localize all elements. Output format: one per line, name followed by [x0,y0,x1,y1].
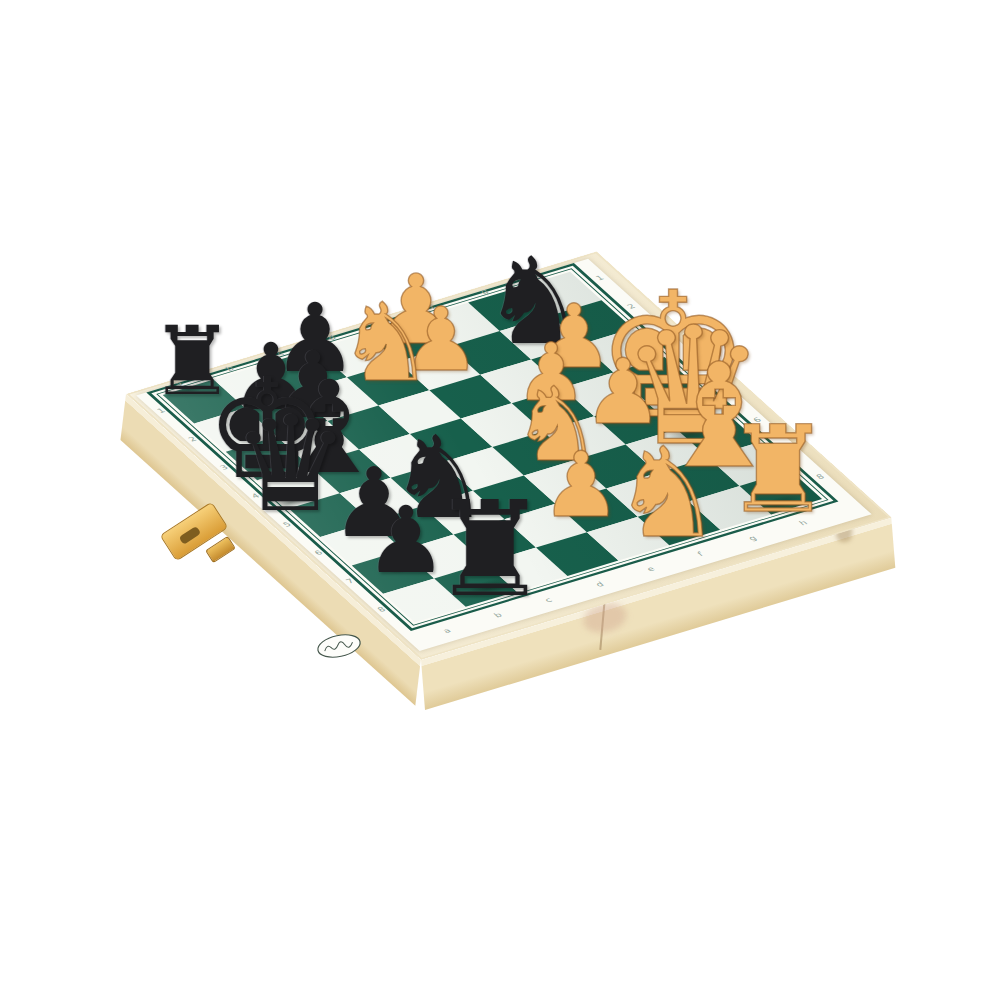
box-latch-slot [179,526,202,545]
yellow-rook-h8[interactable]: ♜ [724,410,832,530]
product-photo-stage: 1122334455667788aabbccddeeffgghh ♜♟♟♟♞♚♛… [0,0,1000,1000]
yellow-knight-f8[interactable]: ♞ [611,431,722,555]
yellow-pawn-e7[interactable]: ♟ [541,440,622,530]
black-rook-b8[interactable]: ♜ [431,483,549,615]
